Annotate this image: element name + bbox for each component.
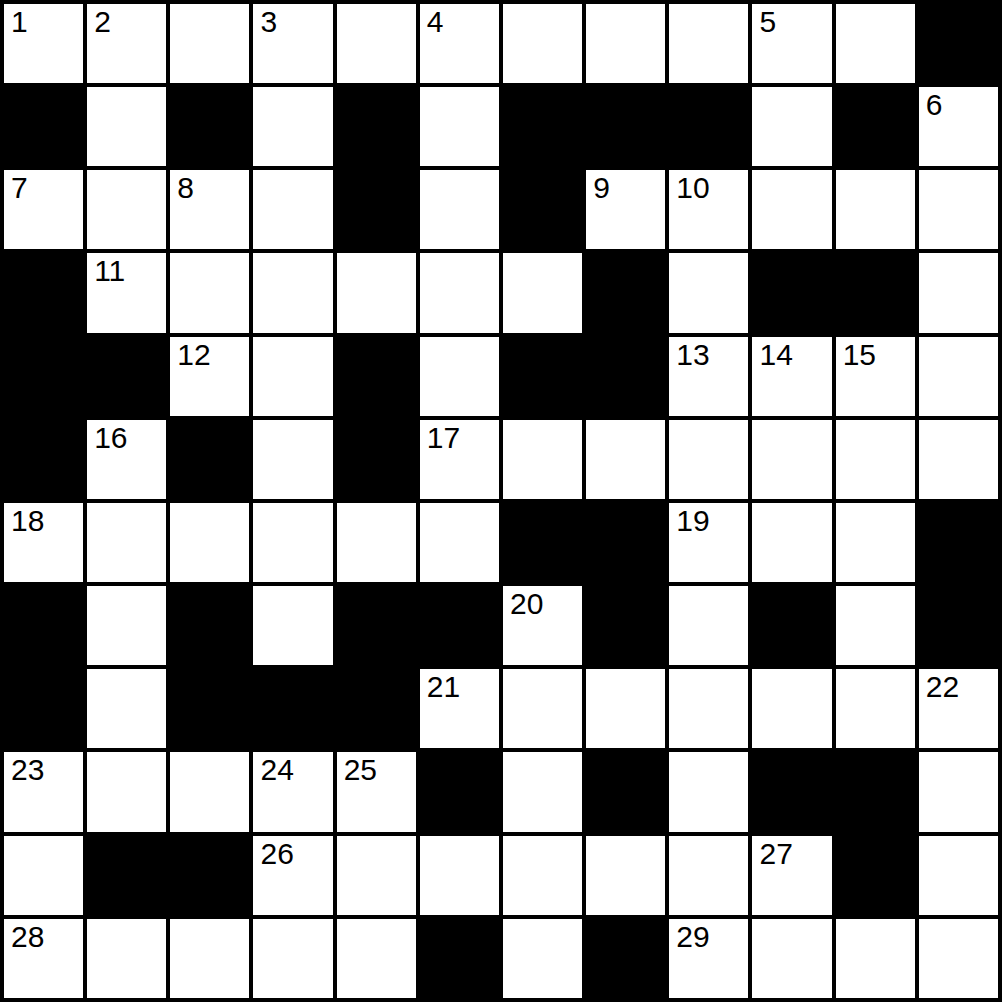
black-cell-r4c6 — [503, 337, 582, 416]
white-cell-r5c6[interactable] — [503, 420, 582, 499]
clue-number-8: 8 — [177, 171, 194, 206]
white-cell-r11c9[interactable] — [752, 919, 831, 998]
white-cell-r2c8[interactable]: 10 — [669, 170, 748, 249]
clue-number-18: 18 — [11, 504, 44, 539]
black-cell-r4c4 — [337, 337, 416, 416]
clue-number-24: 24 — [260, 753, 293, 788]
clue-number-29: 29 — [676, 920, 709, 955]
white-cell-r2c1[interactable] — [87, 170, 166, 249]
white-cell-r8c11[interactable]: 22 — [919, 669, 998, 748]
white-cell-r3c2[interactable] — [170, 253, 249, 332]
white-cell-r8c6[interactable] — [503, 669, 582, 748]
clue-number-15: 15 — [843, 338, 876, 373]
clue-number-20: 20 — [510, 587, 543, 622]
black-cell-r3c7 — [586, 253, 665, 332]
black-cell-r5c4 — [337, 420, 416, 499]
clue-number-13: 13 — [676, 338, 709, 373]
white-cell-r9c0[interactable]: 23 — [4, 752, 83, 831]
white-cell-r2c11[interactable] — [919, 170, 998, 249]
white-cell-r11c4[interactable] — [337, 919, 416, 998]
white-cell-r4c10[interactable]: 15 — [836, 337, 915, 416]
white-cell-r11c2[interactable] — [170, 919, 249, 998]
black-cell-r1c10 — [836, 87, 915, 166]
white-cell-r0c8[interactable] — [669, 4, 748, 83]
black-cell-r8c4 — [337, 669, 416, 748]
white-cell-r9c4[interactable]: 25 — [337, 752, 416, 831]
black-cell-r6c11 — [919, 503, 998, 582]
black-cell-r10c10 — [836, 836, 915, 915]
black-cell-r9c10 — [836, 752, 915, 831]
white-cell-r6c4[interactable] — [337, 503, 416, 582]
white-cell-r3c6[interactable] — [503, 253, 582, 332]
white-cell-r8c7[interactable] — [586, 669, 665, 748]
white-cell-r0c7[interactable] — [586, 4, 665, 83]
clue-number-21: 21 — [427, 670, 460, 705]
black-cell-r2c4 — [337, 170, 416, 249]
white-cell-r7c8[interactable] — [669, 586, 748, 665]
black-cell-r9c5 — [420, 752, 499, 831]
white-cell-r9c6[interactable] — [503, 752, 582, 831]
black-cell-r4c7 — [586, 337, 665, 416]
black-cell-r6c7 — [586, 503, 665, 582]
clue-number-9: 9 — [593, 171, 610, 206]
white-cell-r8c1[interactable] — [87, 669, 166, 748]
white-cell-r5c8[interactable] — [669, 420, 748, 499]
white-cell-r10c6[interactable] — [503, 836, 582, 915]
black-cell-r1c0 — [4, 87, 83, 166]
crossword-grid: 1234567891011121314151617181920212223242… — [0, 0, 1002, 1002]
white-cell-r3c5[interactable] — [420, 253, 499, 332]
white-cell-r0c5[interactable]: 4 — [420, 4, 499, 83]
white-cell-r7c10[interactable] — [836, 586, 915, 665]
white-cell-r3c11[interactable] — [919, 253, 998, 332]
white-cell-r11c0[interactable]: 28 — [4, 919, 83, 998]
black-cell-r7c0 — [4, 586, 83, 665]
white-cell-r3c3[interactable] — [253, 253, 332, 332]
black-cell-r1c4 — [337, 87, 416, 166]
clue-number-5: 5 — [759, 5, 776, 40]
white-cell-r6c9[interactable] — [752, 503, 831, 582]
black-cell-r3c9 — [752, 253, 831, 332]
black-cell-r7c2 — [170, 586, 249, 665]
black-cell-r3c10 — [836, 253, 915, 332]
black-cell-r3c0 — [4, 253, 83, 332]
white-cell-r10c4[interactable] — [337, 836, 416, 915]
white-cell-r4c2[interactable]: 12 — [170, 337, 249, 416]
black-cell-r10c1 — [87, 836, 166, 915]
white-cell-r5c9[interactable] — [752, 420, 831, 499]
clue-number-28: 28 — [11, 920, 44, 955]
white-cell-r4c8[interactable]: 13 — [669, 337, 748, 416]
black-cell-r0c11 — [919, 4, 998, 83]
black-cell-r8c2 — [170, 669, 249, 748]
clue-number-22: 22 — [926, 670, 959, 705]
clue-number-3: 3 — [260, 5, 277, 40]
black-cell-r10c2 — [170, 836, 249, 915]
white-cell-r3c1[interactable]: 11 — [87, 253, 166, 332]
white-cell-r4c3[interactable] — [253, 337, 332, 416]
white-cell-r3c8[interactable] — [669, 253, 748, 332]
clue-number-19: 19 — [676, 504, 709, 539]
white-cell-r10c3[interactable]: 26 — [253, 836, 332, 915]
white-cell-r0c10[interactable] — [836, 4, 915, 83]
black-cell-r9c7 — [586, 752, 665, 831]
white-cell-r6c1[interactable] — [87, 503, 166, 582]
white-cell-r5c11[interactable] — [919, 420, 998, 499]
white-cell-r9c3[interactable]: 24 — [253, 752, 332, 831]
white-cell-r0c1[interactable]: 2 — [87, 4, 166, 83]
clue-number-23: 23 — [11, 753, 44, 788]
white-cell-r1c11[interactable]: 6 — [919, 87, 998, 166]
white-cell-r1c3[interactable] — [253, 87, 332, 166]
white-cell-r2c3[interactable] — [253, 170, 332, 249]
clue-number-12: 12 — [177, 338, 210, 373]
white-cell-r9c8[interactable] — [669, 752, 748, 831]
white-cell-r6c8[interactable]: 19 — [669, 503, 748, 582]
white-cell-r4c11[interactable] — [919, 337, 998, 416]
white-cell-r6c2[interactable] — [170, 503, 249, 582]
white-cell-r1c5[interactable] — [420, 87, 499, 166]
white-cell-r4c9[interactable]: 14 — [752, 337, 831, 416]
black-cell-r7c5 — [420, 586, 499, 665]
white-cell-r0c2[interactable] — [170, 4, 249, 83]
black-cell-r4c1 — [87, 337, 166, 416]
white-cell-r5c7[interactable] — [586, 420, 665, 499]
white-cell-r6c0[interactable]: 18 — [4, 503, 83, 582]
white-cell-r9c1[interactable] — [87, 752, 166, 831]
white-cell-r8c9[interactable] — [752, 669, 831, 748]
clue-number-4: 4 — [427, 5, 444, 40]
black-cell-r2c6 — [503, 170, 582, 249]
white-cell-r11c1[interactable] — [87, 919, 166, 998]
white-cell-r0c9[interactable]: 5 — [752, 4, 831, 83]
white-cell-r6c3[interactable] — [253, 503, 332, 582]
black-cell-r7c11 — [919, 586, 998, 665]
black-cell-r1c6 — [503, 87, 582, 166]
white-cell-r2c10[interactable] — [836, 170, 915, 249]
white-cell-r7c6[interactable]: 20 — [503, 586, 582, 665]
clue-number-25: 25 — [344, 753, 377, 788]
black-cell-r1c8 — [669, 87, 748, 166]
white-cell-r0c4[interactable] — [337, 4, 416, 83]
white-cell-r6c10[interactable] — [836, 503, 915, 582]
white-cell-r5c1[interactable]: 16 — [87, 420, 166, 499]
clue-number-26: 26 — [260, 837, 293, 872]
white-cell-r10c9[interactable]: 27 — [752, 836, 831, 915]
black-cell-r8c3 — [253, 669, 332, 748]
white-cell-r0c3[interactable]: 3 — [253, 4, 332, 83]
white-cell-r7c3[interactable] — [253, 586, 332, 665]
white-cell-r10c0[interactable] — [4, 836, 83, 915]
white-cell-r9c11[interactable] — [919, 752, 998, 831]
white-cell-r2c0[interactable]: 7 — [4, 170, 83, 249]
white-cell-r11c10[interactable] — [836, 919, 915, 998]
clue-number-27: 27 — [759, 837, 792, 872]
clue-number-16: 16 — [94, 421, 127, 456]
black-cell-r7c9 — [752, 586, 831, 665]
white-cell-r2c5[interactable] — [420, 170, 499, 249]
white-cell-r11c3[interactable] — [253, 919, 332, 998]
black-cell-r9c9 — [752, 752, 831, 831]
white-cell-r6c5[interactable] — [420, 503, 499, 582]
white-cell-r2c7[interactable]: 9 — [586, 170, 665, 249]
white-cell-r10c7[interactable] — [586, 836, 665, 915]
white-cell-r9c2[interactable] — [170, 752, 249, 831]
black-cell-r8c0 — [4, 669, 83, 748]
clue-number-1: 1 — [11, 5, 28, 40]
white-cell-r10c5[interactable] — [420, 836, 499, 915]
black-cell-r4c0 — [4, 337, 83, 416]
white-cell-r5c5[interactable]: 17 — [420, 420, 499, 499]
white-cell-r11c8[interactable]: 29 — [669, 919, 748, 998]
white-cell-r2c2[interactable]: 8 — [170, 170, 249, 249]
clue-number-11: 11 — [94, 254, 125, 289]
white-cell-r10c11[interactable] — [919, 836, 998, 915]
black-cell-r7c7 — [586, 586, 665, 665]
clue-number-14: 14 — [759, 338, 792, 373]
white-cell-r5c3[interactable] — [253, 420, 332, 499]
white-cell-r7c1[interactable] — [87, 586, 166, 665]
clue-number-7: 7 — [11, 171, 28, 206]
white-cell-r4c5[interactable] — [420, 337, 499, 416]
clue-number-2: 2 — [94, 5, 111, 40]
black-cell-r5c0 — [4, 420, 83, 499]
black-cell-r1c2 — [170, 87, 249, 166]
clue-number-17: 17 — [427, 421, 460, 456]
black-cell-r7c4 — [337, 586, 416, 665]
clue-number-10: 10 — [676, 171, 709, 206]
black-cell-r1c7 — [586, 87, 665, 166]
black-cell-r5c2 — [170, 420, 249, 499]
white-cell-r0c0[interactable]: 1 — [4, 4, 83, 83]
white-cell-r0c6[interactable] — [503, 4, 582, 83]
white-cell-r2c9[interactable] — [752, 170, 831, 249]
white-cell-r11c6[interactable] — [503, 919, 582, 998]
white-cell-r1c1[interactable] — [87, 87, 166, 166]
black-cell-r11c7 — [586, 919, 665, 998]
black-cell-r6c6 — [503, 503, 582, 582]
white-cell-r8c8[interactable] — [669, 669, 748, 748]
white-cell-r11c11[interactable] — [919, 919, 998, 998]
white-cell-r1c9[interactable] — [752, 87, 831, 166]
black-cell-r11c5 — [420, 919, 499, 998]
white-cell-r3c4[interactable] — [337, 253, 416, 332]
clue-number-6: 6 — [926, 88, 943, 123]
white-cell-r5c10[interactable] — [836, 420, 915, 499]
white-cell-r10c8[interactable] — [669, 836, 748, 915]
white-cell-r8c10[interactable] — [836, 669, 915, 748]
white-cell-r8c5[interactable]: 21 — [420, 669, 499, 748]
